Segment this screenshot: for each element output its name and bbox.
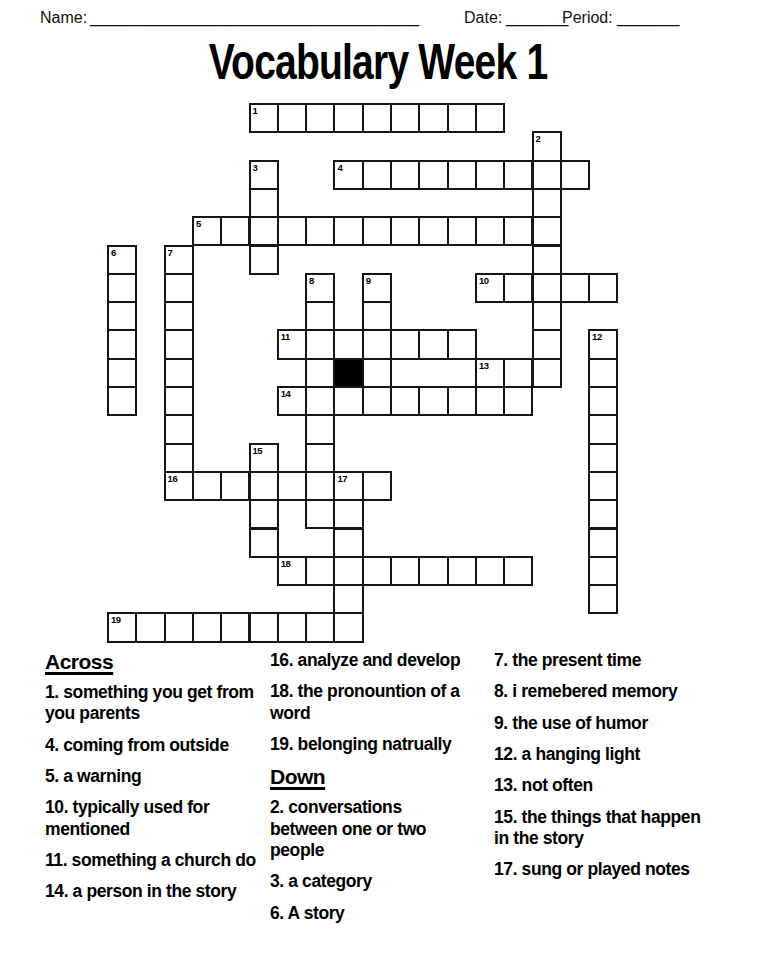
grid-cell[interactable]: [164, 414, 194, 444]
clue-item-7: 7. the present time: [494, 650, 716, 671]
grid-cell[interactable]: [277, 103, 307, 133]
grid-cell[interactable]: [532, 245, 562, 275]
clue-number: 3: [253, 162, 258, 173]
grid-cell[interactable]: [277, 612, 307, 642]
clue-number: 14: [281, 388, 291, 399]
grid-cell[interactable]: [503, 216, 533, 246]
clue-item-2: 2. conversations between one or two peop…: [270, 797, 468, 861]
grid-cell[interactable]: 11: [277, 329, 307, 359]
grid-cell[interactable]: [249, 612, 279, 642]
grid-cell[interactable]: [362, 103, 392, 133]
grid-cell[interactable]: 3: [249, 160, 279, 190]
clue-number: 15: [253, 445, 263, 456]
grid-cell[interactable]: [390, 329, 420, 359]
grid-cell[interactable]: [305, 216, 335, 246]
grid-cell[interactable]: [532, 216, 562, 246]
grid-cell[interactable]: [447, 103, 477, 133]
grid-cell[interactable]: [249, 471, 279, 501]
grid-cell[interactable]: [192, 471, 222, 501]
clue-number: 11: [281, 331, 290, 342]
grid-cell[interactable]: [475, 386, 505, 416]
grid-cell[interactable]: [362, 358, 392, 388]
grid-cell[interactable]: [475, 103, 505, 133]
grid-cell[interactable]: [249, 245, 279, 275]
page-title: Vocabulary Week 1: [209, 33, 548, 91]
grid-cell[interactable]: [333, 329, 363, 359]
grid-cell[interactable]: 16: [164, 471, 194, 501]
grid-cell[interactable]: [362, 386, 392, 416]
grid-cell[interactable]: 4: [333, 160, 363, 190]
clue-item-4: 4. coming from outside: [45, 735, 261, 756]
clue-item-15: 15. the things that happen in the story: [494, 807, 716, 850]
clue-number: 9: [366, 275, 371, 286]
clue-item-5: 5. a warning: [45, 766, 261, 787]
clue-number: 10: [479, 275, 489, 286]
grid-cell[interactable]: [249, 188, 279, 218]
grid-cell[interactable]: [333, 499, 363, 529]
clue-number: 12: [592, 331, 602, 342]
grid-cell[interactable]: [390, 386, 420, 416]
grid-cell[interactable]: [305, 556, 335, 586]
grid-cell[interactable]: [588, 358, 618, 388]
clue-number: 1: [253, 105, 258, 116]
grid-cell[interactable]: [305, 103, 335, 133]
grid-cell[interactable]: [588, 499, 618, 529]
grid-cell[interactable]: [475, 216, 505, 246]
grid-cell[interactable]: [588, 528, 618, 558]
grid-cell[interactable]: [418, 160, 448, 190]
clue-item-18: 18. the pronountion of a word: [270, 681, 468, 724]
grid-cell[interactable]: [362, 301, 392, 331]
grid-cell[interactable]: [107, 273, 137, 303]
clue-item-19: 19. belonging natrually: [270, 734, 468, 755]
clue-item-13: 13. not often: [494, 775, 716, 796]
clue-number: 8: [309, 275, 314, 286]
grid-cell[interactable]: 8: [305, 273, 335, 303]
grid-cell[interactable]: [560, 273, 590, 303]
grid-cell[interactable]: [333, 103, 363, 133]
grid-cell[interactable]: [390, 103, 420, 133]
grid-cell[interactable]: [362, 216, 392, 246]
clues-down-heading: Down: [270, 765, 468, 789]
grid-cell[interactable]: 9: [362, 273, 392, 303]
clue-item-17: 17. sung or played notes: [494, 859, 716, 880]
grid-cell[interactable]: [532, 329, 562, 359]
grid-cell[interactable]: [418, 386, 448, 416]
grid-cell[interactable]: 7: [164, 245, 194, 275]
grid-cell[interactable]: [305, 443, 335, 473]
title-row: Vocabulary Week 1: [0, 33, 757, 91]
grid-cell[interactable]: [305, 414, 335, 444]
grid-cell[interactable]: 13: [475, 358, 505, 388]
grid-cell[interactable]: [560, 160, 590, 190]
grid-cell[interactable]: [588, 584, 618, 614]
grid-cell[interactable]: [447, 556, 477, 586]
grid-cell[interactable]: [164, 358, 194, 388]
grid-cell[interactable]: 1: [249, 103, 279, 133]
grid-cell[interactable]: [503, 273, 533, 303]
clue-item-10: 10. typically used for mentioned: [45, 797, 261, 840]
clue-item-9: 9. the use of humor: [494, 713, 716, 734]
grid-cell[interactable]: [418, 103, 448, 133]
grid-cell[interactable]: [588, 556, 618, 586]
grid-cell[interactable]: [447, 329, 477, 359]
grid-cell[interactable]: [588, 414, 618, 444]
grid-cell[interactable]: [390, 160, 420, 190]
clue-item-3: 3. a category: [270, 871, 468, 892]
grid-cell[interactable]: 15: [249, 443, 279, 473]
grid-cell[interactable]: [305, 471, 335, 501]
grid-cell[interactable]: [333, 612, 363, 642]
grid-cell[interactable]: [220, 216, 250, 246]
grid-cell[interactable]: [362, 471, 392, 501]
grid-cell[interactable]: [305, 301, 335, 331]
clue-number: 13: [479, 360, 489, 371]
grid-cell[interactable]: [107, 329, 137, 359]
grid-cell[interactable]: [503, 556, 533, 586]
grid-cell[interactable]: [192, 612, 222, 642]
grid-cell[interactable]: [532, 160, 562, 190]
grid-cell[interactable]: [532, 301, 562, 331]
grid-cell[interactable]: [333, 556, 363, 586]
grid-cell[interactable]: 10: [475, 273, 505, 303]
clue-number: 6: [111, 247, 116, 258]
grid-cell[interactable]: 18: [277, 556, 307, 586]
clue-column-1: Across1. something you get from you pare…: [45, 650, 261, 913]
grid-cell[interactable]: [475, 556, 505, 586]
grid-cell[interactable]: [107, 358, 137, 388]
grid-cell[interactable]: [333, 386, 363, 416]
grid-cell[interactable]: [390, 216, 420, 246]
grid-cell[interactable]: [164, 443, 194, 473]
clue-item-16: 16. analyze and develop: [270, 650, 468, 671]
grid-cell[interactable]: [362, 556, 392, 586]
grid-cell[interactable]: 12: [588, 329, 618, 359]
grid-cell[interactable]: [220, 471, 250, 501]
clue-column-3: 7. the present time8. i remebered memory…: [494, 650, 716, 891]
grid-cell[interactable]: [503, 358, 533, 388]
clue-item-8: 8. i remebered memory: [494, 681, 716, 702]
grid-cell[interactable]: 14: [277, 386, 307, 416]
grid-cell[interactable]: [333, 528, 363, 558]
clue-item-14: 14. a person in the story: [45, 881, 261, 902]
grid-cell[interactable]: [164, 273, 194, 303]
grid-cell[interactable]: [164, 612, 194, 642]
grid-cell[interactable]: [362, 329, 392, 359]
grid-cell[interactable]: [588, 273, 618, 303]
clue-number: 16: [168, 473, 178, 484]
grid-cell[interactable]: [277, 216, 307, 246]
grid-cell[interactable]: [220, 612, 250, 642]
grid-cell[interactable]: [418, 329, 448, 359]
clue-number: 18: [281, 558, 291, 569]
grid-cell[interactable]: [249, 216, 279, 246]
grid-cell[interactable]: [588, 471, 618, 501]
grid-cell[interactable]: [107, 386, 137, 416]
grid-cell[interactable]: [447, 216, 477, 246]
clue-item-12: 12. a hanging light: [494, 744, 716, 765]
grid-cell[interactable]: 5: [192, 216, 222, 246]
grid-cell[interactable]: [447, 386, 477, 416]
grid-cell[interactable]: [503, 160, 533, 190]
period-label: Period:: [562, 9, 613, 27]
grid-cell[interactable]: [362, 160, 392, 190]
grid-cell[interactable]: [277, 471, 307, 501]
clues-across-heading: Across: [45, 650, 261, 674]
grid-cell[interactable]: [532, 358, 562, 388]
grid-cell[interactable]: [249, 499, 279, 529]
date-blank-line[interactable]: _______: [506, 9, 568, 27]
grid-cell[interactable]: [305, 329, 335, 359]
period-blank-line[interactable]: _______: [617, 9, 679, 27]
clue-number: 4: [337, 162, 342, 173]
clue-number: 5: [196, 218, 201, 229]
grid-cell[interactable]: [418, 216, 448, 246]
clue-number: 17: [337, 473, 347, 484]
grid-cell[interactable]: [475, 160, 505, 190]
grid-cell[interactable]: [333, 584, 363, 614]
grid-cell[interactable]: [164, 386, 194, 416]
clue-item-1: 1. something you get from you parents: [45, 682, 261, 725]
clue-item-6: 6. A story: [270, 903, 468, 924]
grid-cell[interactable]: [532, 273, 562, 303]
grid-cell[interactable]: 17: [333, 471, 363, 501]
grid-cell[interactable]: [305, 358, 335, 388]
grid-cell[interactable]: [418, 556, 448, 586]
grid-cell[interactable]: [588, 443, 618, 473]
grid-cell[interactable]: [305, 386, 335, 416]
grid-cell[interactable]: [390, 556, 420, 586]
grid-cell[interactable]: [305, 499, 335, 529]
grid-cell[interactable]: [135, 612, 165, 642]
grid-cell[interactable]: 6: [107, 245, 137, 275]
date-label: Date:: [464, 9, 502, 27]
clue-column-2: 16. analyze and develop18. the pronounti…: [270, 650, 468, 934]
name-blank-line[interactable]: _____________________________________: [90, 9, 419, 27]
grid-cell[interactable]: [503, 386, 533, 416]
grid-cell[interactable]: 19: [107, 612, 137, 642]
worksheet-page: Name: __________________________________…: [0, 0, 757, 980]
grid-cell[interactable]: [164, 301, 194, 331]
clue-number: 2: [536, 133, 541, 144]
clue-number: 19: [111, 614, 121, 625]
grid-cell[interactable]: [305, 612, 335, 642]
grid-cell[interactable]: [107, 301, 137, 331]
grid-cell[interactable]: [249, 528, 279, 558]
grid-cell[interactable]: [588, 386, 618, 416]
grid-cell[interactable]: [532, 188, 562, 218]
grid-cell[interactable]: [164, 329, 194, 359]
name-label: Name:: [40, 9, 87, 27]
clue-item-11: 11. something a church do: [45, 850, 261, 871]
clue-number: 7: [168, 247, 173, 258]
grid-cell[interactable]: 2: [532, 131, 562, 161]
black-cell: [333, 358, 363, 388]
grid-cell[interactable]: [447, 160, 477, 190]
grid-cell[interactable]: [333, 216, 363, 246]
